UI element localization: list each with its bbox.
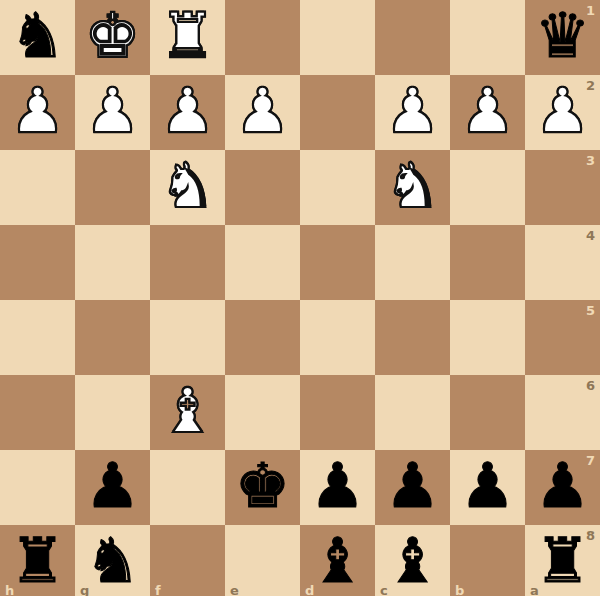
square-f3[interactable]: ♞ [150,150,225,225]
white-king[interactable]: ♚ [85,0,141,73]
black-bishop[interactable]: ♝ [385,523,441,596]
square-a1[interactable]: ♛1 [525,0,600,75]
square-e6[interactable] [225,375,300,450]
square-a6[interactable]: 6 [525,375,600,450]
white-pawn[interactable]: ♟ [10,73,66,148]
black-rook[interactable]: ♜ [535,523,591,596]
square-b4[interactable] [450,225,525,300]
black-knight[interactable]: ♞ [85,523,141,596]
square-g3[interactable] [75,150,150,225]
square-a8[interactable]: ♜8a [525,525,600,596]
white-bishop[interactable]: ♝ [160,373,216,448]
square-e8[interactable]: e [225,525,300,596]
square-b8[interactable]: b [450,525,525,596]
square-c6[interactable] [375,375,450,450]
black-pawn[interactable]: ♟ [310,448,366,523]
square-a4[interactable]: 4 [525,225,600,300]
square-h6[interactable] [0,375,75,450]
square-g1[interactable]: ♚ [75,0,150,75]
chess-board-container: ♞♚♜♛1♟♟♟♟♟♟♟2♞♞345♝6♟♚♟♟♟♟7♜h♞gfe♝d♝cb♜8… [0,0,600,596]
black-queen[interactable]: ♛ [535,0,591,73]
white-pawn[interactable]: ♟ [85,73,141,148]
file-label-b: b [455,584,464,596]
black-pawn[interactable]: ♟ [535,448,591,523]
square-c8[interactable]: ♝c [375,525,450,596]
square-h2[interactable]: ♟ [0,75,75,150]
square-e4[interactable] [225,225,300,300]
black-pawn[interactable]: ♟ [460,448,516,523]
square-a2[interactable]: ♟2 [525,75,600,150]
square-e5[interactable] [225,300,300,375]
square-b5[interactable] [450,300,525,375]
black-knight[interactable]: ♞ [10,0,66,73]
square-d6[interactable] [300,375,375,450]
square-d2[interactable] [300,75,375,150]
white-pawn[interactable]: ♟ [460,73,516,148]
rank-label-5: 5 [586,304,595,317]
square-h1[interactable]: ♞ [0,0,75,75]
white-pawn[interactable]: ♟ [385,73,441,148]
black-king[interactable]: ♚ [235,448,291,523]
file-label-f: f [155,584,161,596]
black-pawn[interactable]: ♟ [85,448,141,523]
square-c1[interactable] [375,0,450,75]
square-g7[interactable]: ♟ [75,450,150,525]
black-pawn[interactable]: ♟ [385,448,441,523]
white-pawn[interactable]: ♟ [160,73,216,148]
square-h5[interactable] [0,300,75,375]
white-rook[interactable]: ♜ [160,0,216,73]
square-b7[interactable]: ♟ [450,450,525,525]
square-g5[interactable] [75,300,150,375]
square-f6[interactable]: ♝ [150,375,225,450]
square-f4[interactable] [150,225,225,300]
black-bishop[interactable]: ♝ [310,523,366,596]
square-f1[interactable]: ♜ [150,0,225,75]
white-knight[interactable]: ♞ [385,148,441,223]
square-c7[interactable]: ♟ [375,450,450,525]
square-f7[interactable] [150,450,225,525]
square-g8[interactable]: ♞g [75,525,150,596]
white-knight[interactable]: ♞ [160,148,216,223]
square-d7[interactable]: ♟ [300,450,375,525]
square-g2[interactable]: ♟ [75,75,150,150]
chess-board: ♞♚♜♛1♟♟♟♟♟♟♟2♞♞345♝6♟♚♟♟♟♟7♜h♞gfe♝d♝cb♜8… [0,0,600,596]
square-f2[interactable]: ♟ [150,75,225,150]
square-a7[interactable]: ♟7 [525,450,600,525]
square-b6[interactable] [450,375,525,450]
square-d5[interactable] [300,300,375,375]
square-e3[interactable] [225,150,300,225]
square-h4[interactable] [0,225,75,300]
square-a3[interactable]: 3 [525,150,600,225]
square-a5[interactable]: 5 [525,300,600,375]
square-c5[interactable] [375,300,450,375]
white-pawn[interactable]: ♟ [535,73,591,148]
square-e2[interactable]: ♟ [225,75,300,150]
rank-label-4: 4 [586,229,595,242]
square-f8[interactable]: f [150,525,225,596]
square-f5[interactable] [150,300,225,375]
square-g6[interactable] [75,375,150,450]
square-b2[interactable]: ♟ [450,75,525,150]
white-pawn[interactable]: ♟ [235,73,291,148]
square-e7[interactable]: ♚ [225,450,300,525]
rank-label-6: 6 [586,379,595,392]
square-c4[interactable] [375,225,450,300]
square-h3[interactable] [0,150,75,225]
square-h7[interactable] [0,450,75,525]
square-d4[interactable] [300,225,375,300]
file-label-e: e [230,584,239,596]
square-c2[interactable]: ♟ [375,75,450,150]
square-b1[interactable] [450,0,525,75]
square-g4[interactable] [75,225,150,300]
rank-label-3: 3 [586,154,595,167]
square-d8[interactable]: ♝d [300,525,375,596]
square-d1[interactable] [300,0,375,75]
black-rook[interactable]: ♜ [10,523,66,596]
square-h8[interactable]: ♜h [0,525,75,596]
square-c3[interactable]: ♞ [375,150,450,225]
square-b3[interactable] [450,150,525,225]
square-e1[interactable] [225,0,300,75]
square-d3[interactable] [300,150,375,225]
